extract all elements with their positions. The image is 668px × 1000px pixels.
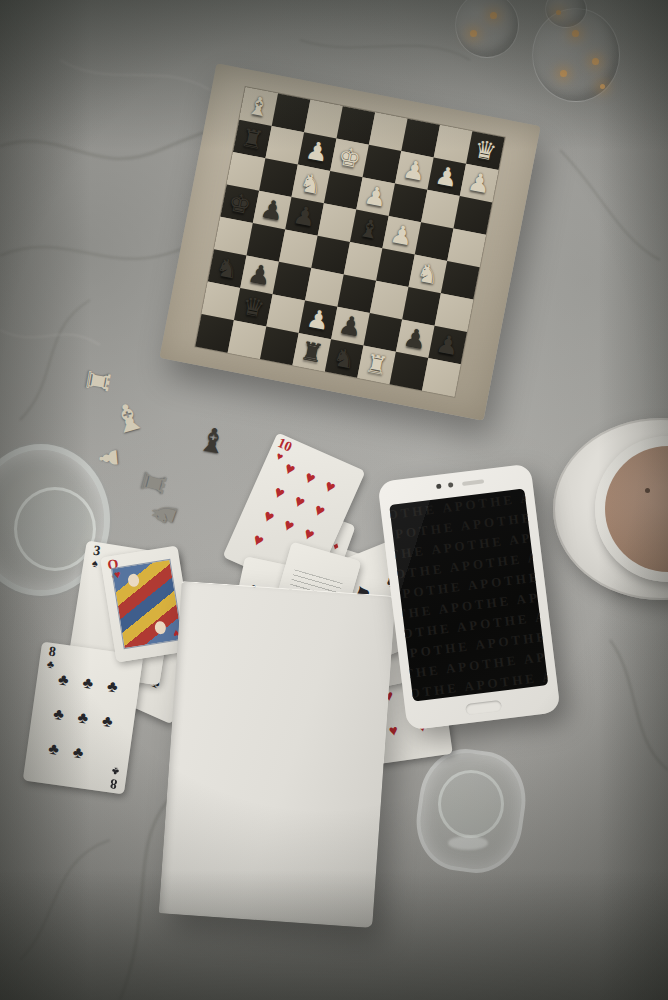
- piece-bP-h2[interactable]: ♟: [434, 331, 461, 360]
- chess-board-slab: ♝♛♜♟♚♟♟♟♞♟♚♟♟♝♟♞♞♟♛♟♟♟♟♜♞♜: [159, 63, 540, 420]
- piece-bP-b3[interactable]: ♟: [246, 260, 273, 289]
- piece-wP-e6[interactable]: ♟: [362, 182, 389, 211]
- piece-wN-c6[interactable]: ♞: [297, 170, 324, 199]
- queen-portrait: [111, 559, 183, 649]
- camera-icon: [436, 484, 442, 490]
- sensor-icon: [448, 482, 454, 488]
- piece-bB-e5[interactable]: ♝: [356, 215, 383, 244]
- piece-bP-g2[interactable]: ♟: [402, 324, 429, 353]
- pip-heart-icon: ♥: [291, 491, 308, 513]
- card-rank: 8: [109, 776, 118, 792]
- pip-club-icon: ♣: [52, 705, 65, 724]
- piece-bN-e1[interactable]: ♞: [331, 344, 358, 373]
- glass-highlight: [448, 836, 488, 850]
- light-glow: [470, 30, 477, 37]
- pip-heart-icon: ♥: [281, 458, 298, 480]
- drinking-glass-bottom-rim: [438, 770, 504, 838]
- screen-glare: [389, 488, 548, 701]
- piece-bK-a5[interactable]: ♚: [226, 189, 253, 218]
- coffee-fleck: [645, 488, 650, 493]
- board-grid: ♝♛♜♟♚♟♟♟♞♟♚♟♟♝♟♞♞♟♛♟♟♟♟♜♞♜: [195, 87, 505, 397]
- home-button: [465, 700, 502, 715]
- piece-wP-f5[interactable]: ♟: [388, 221, 415, 250]
- club-icon: ♣: [107, 765, 123, 778]
- pip-heart-icon: ♥: [260, 506, 277, 528]
- pip-heart-icon: ♥: [280, 515, 297, 537]
- tablet-screen: APOTHE APOTHE APOTHE APOTHE APOTHE APOTH…: [389, 488, 548, 701]
- piece-wP-c7[interactable]: ♟: [304, 137, 331, 166]
- pip-club-icon: ♣: [77, 708, 90, 727]
- pip-club-icon: ♣: [57, 670, 70, 689]
- pip-club-icon: ♣: [101, 712, 114, 731]
- light-glow: [560, 70, 567, 77]
- piece-bN-a3[interactable]: ♞: [214, 254, 241, 283]
- pip-heart-icon: ♥: [249, 529, 266, 551]
- speaker-slot: [462, 479, 484, 486]
- card-pips: ♣♣♣♣♣♣♣♣: [23, 642, 143, 795]
- light-glow: [600, 84, 605, 89]
- pip-club-icon: ♣: [106, 677, 119, 696]
- piece-bP-b5[interactable]: ♟: [259, 196, 286, 225]
- captured-white-rook[interactable]: ♜: [80, 365, 114, 397]
- piece-wN-g4[interactable]: ♞: [414, 260, 441, 289]
- captured-white-pawn[interactable]: ♟: [96, 446, 122, 470]
- pip-heart-icon: ♥: [300, 524, 317, 546]
- pip-heart-icon: ♥: [321, 476, 338, 498]
- piece-wP-g7[interactable]: ♟: [433, 162, 460, 191]
- captured-dark-bishop[interactable]: ♝: [195, 422, 230, 460]
- piece-wP-h7[interactable]: ♟: [466, 169, 493, 198]
- light-glow: [490, 12, 497, 19]
- piece-wQ-h8[interactable]: ♛: [472, 136, 499, 165]
- piece-wP-f7[interactable]: ♟: [401, 156, 428, 185]
- piece-bP-c5[interactable]: ♟: [291, 202, 318, 231]
- light-glow: [592, 58, 599, 65]
- pip-heart-icon: ♥: [388, 721, 399, 739]
- tabletop-scene: ♝♛♜♟♚♟♟♟♞♟♚♟♟♝♟♞♞♟♛♟♟♟♟♜♞♜ ♜ ♝ ♟ ♜ ♞ ♝ ♠…: [0, 0, 668, 1000]
- pip-heart-icon: ♥: [301, 467, 318, 489]
- pip-club-icon: ♣: [72, 743, 85, 762]
- piece-bR-d1[interactable]: ♜: [298, 338, 325, 367]
- light-glow: [556, 10, 561, 15]
- white-book: [159, 581, 396, 928]
- pip-club-icon: ♣: [47, 740, 60, 759]
- square-h1[interactable]: [422, 358, 461, 397]
- piece-wK-d7[interactable]: ♚: [336, 143, 363, 172]
- pip-heart-icon: ♥: [271, 482, 288, 504]
- tablet: APOTHE APOTHE APOTHE APOTHE APOTHE APOTH…: [377, 464, 560, 731]
- card-eight-of-clubs[interactable]: 8♣ ♣♣♣♣♣♣♣♣ 8♣: [23, 642, 143, 795]
- piece-bP-e2[interactable]: ♟: [337, 312, 364, 341]
- pip-heart-icon: ♥: [311, 500, 328, 522]
- light-glow: [572, 30, 579, 37]
- piece-wB-a8[interactable]: ♝: [245, 92, 272, 121]
- piece-wP-d2[interactable]: ♟: [305, 305, 332, 334]
- piece-bQ-b2[interactable]: ♛: [240, 293, 267, 322]
- pip-club-icon: ♣: [81, 673, 94, 692]
- piece-bR-a7[interactable]: ♜: [239, 125, 266, 154]
- piece-wR-f1[interactable]: ♜: [363, 350, 390, 379]
